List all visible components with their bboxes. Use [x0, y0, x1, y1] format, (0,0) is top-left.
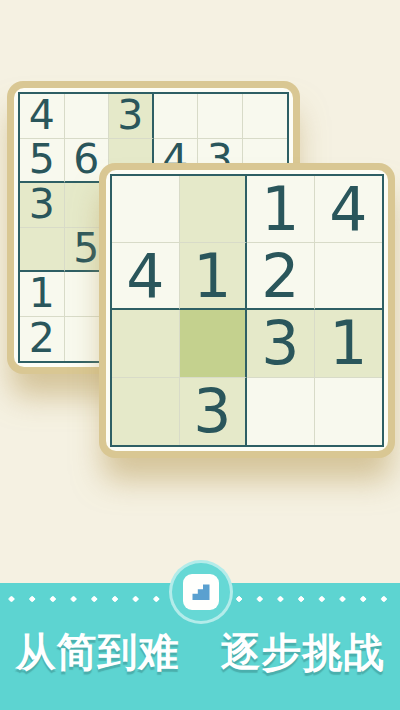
front-cell-r1c3[interactable]: 1 — [247, 176, 315, 243]
front-cell-r3c2[interactable] — [180, 310, 248, 377]
stairs-icon — [189, 580, 213, 604]
back-cell-r1c5[interactable] — [198, 94, 243, 139]
back-cell-r1c3[interactable]: 3 — [109, 94, 154, 139]
front-cell-r3c3[interactable]: 3 — [247, 310, 315, 377]
front-cell-r4c4[interactable] — [315, 378, 383, 445]
back-cell-r6c1[interactable]: 2 — [20, 317, 65, 362]
back-cell-r1c1[interactable]: 4 — [20, 94, 65, 139]
front-cell-r2c3[interactable]: 2 — [247, 243, 315, 310]
front-cell-r3c4[interactable]: 1 — [315, 310, 383, 377]
back-cell-r1c6[interactable] — [243, 94, 288, 139]
board-frame-front: 14412313 — [106, 170, 388, 451]
level-circle — [169, 560, 233, 624]
sudoku-board-4x4: 14412313 — [99, 163, 395, 458]
front-cell-r2c2[interactable]: 1 — [180, 243, 248, 310]
back-cell-r1c4[interactable] — [154, 94, 199, 139]
bottom-banner: 从简到难 逐步挑战 — [0, 583, 400, 710]
front-cell-r3c1[interactable] — [112, 310, 180, 377]
sudoku-grid-4x4: 14412313 — [110, 174, 384, 447]
back-cell-r4c1[interactable] — [20, 228, 65, 273]
front-cell-r4c1[interactable] — [112, 378, 180, 445]
front-cell-r2c4[interactable] — [315, 243, 383, 310]
banner-caption: 从简到难 逐步挑战 — [0, 625, 400, 680]
front-cell-r1c1[interactable] — [112, 176, 180, 243]
front-cell-r1c4[interactable]: 4 — [315, 176, 383, 243]
front-cell-r2c1[interactable]: 4 — [112, 243, 180, 310]
front-cell-r1c2[interactable] — [180, 176, 248, 243]
app-screen: 4356433512 14412313 从简到难 逐步挑战 — [0, 0, 400, 710]
back-cell-r2c1[interactable]: 5 — [20, 139, 65, 184]
front-cell-r4c2[interactable]: 3 — [180, 378, 248, 445]
back-cell-r3c1[interactable]: 3 — [20, 183, 65, 228]
back-cell-r1c2[interactable] — [65, 94, 110, 139]
stairs-badge — [183, 574, 219, 610]
front-cell-r4c3[interactable] — [247, 378, 315, 445]
back-cell-r5c1[interactable]: 1 — [20, 272, 65, 317]
